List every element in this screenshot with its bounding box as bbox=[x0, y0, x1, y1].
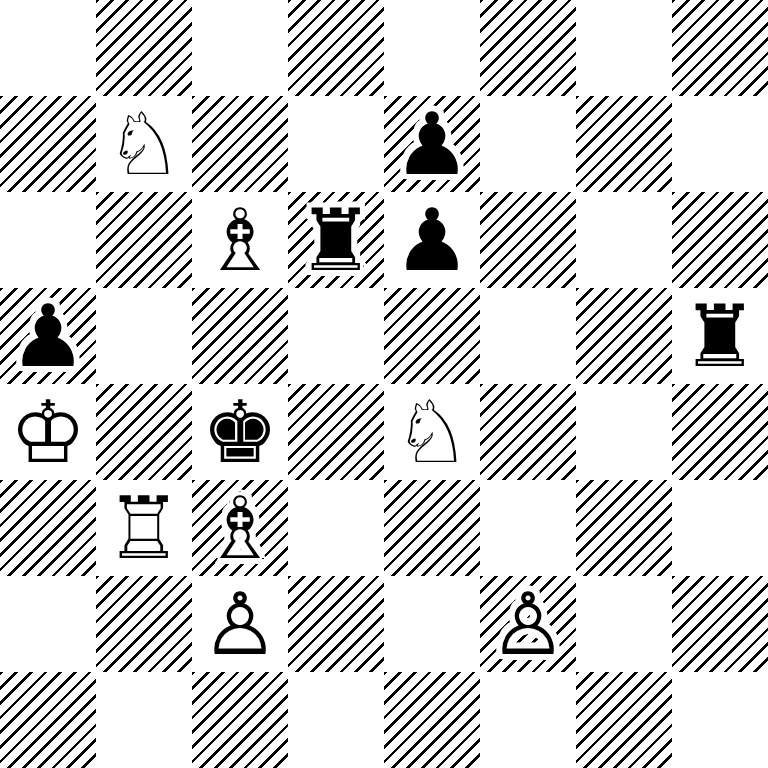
square-f2[interactable]: ♙ bbox=[480, 576, 576, 672]
square-a4[interactable]: ♔ bbox=[0, 384, 96, 480]
square-c3[interactable]: ♗ bbox=[192, 480, 288, 576]
square-g7[interactable] bbox=[576, 96, 672, 192]
square-d8[interactable] bbox=[288, 0, 384, 96]
square-f7[interactable] bbox=[480, 96, 576, 192]
square-e5[interactable] bbox=[384, 288, 480, 384]
square-c1[interactable] bbox=[192, 672, 288, 768]
square-b2[interactable] bbox=[96, 576, 192, 672]
square-b8[interactable] bbox=[96, 0, 192, 96]
square-d4[interactable] bbox=[288, 384, 384, 480]
square-b4[interactable] bbox=[96, 384, 192, 480]
piece-black-rook: ♜ bbox=[681, 288, 758, 384]
square-c6[interactable]: ♗ bbox=[192, 192, 288, 288]
square-h4[interactable] bbox=[672, 384, 768, 480]
square-h2[interactable] bbox=[672, 576, 768, 672]
square-h1[interactable] bbox=[672, 672, 768, 768]
square-a8[interactable] bbox=[0, 0, 96, 96]
chess-board: ♘♟♗♜♟♟♜♔♚♘♖♗♙♙ bbox=[0, 0, 768, 768]
square-e8[interactable] bbox=[384, 0, 480, 96]
square-a2[interactable] bbox=[0, 576, 96, 672]
piece-white-rook: ♖ bbox=[105, 480, 182, 576]
square-f3[interactable] bbox=[480, 480, 576, 576]
square-e2[interactable] bbox=[384, 576, 480, 672]
square-g3[interactable] bbox=[576, 480, 672, 576]
piece-white-bishop: ♗ bbox=[201, 480, 278, 576]
piece-white-pawn: ♙ bbox=[201, 576, 278, 672]
square-d5[interactable] bbox=[288, 288, 384, 384]
square-d2[interactable] bbox=[288, 576, 384, 672]
square-b1[interactable] bbox=[96, 672, 192, 768]
square-e1[interactable] bbox=[384, 672, 480, 768]
piece-black-pawn: ♟ bbox=[9, 288, 86, 384]
piece-white-bishop: ♗ bbox=[201, 192, 278, 288]
square-f6[interactable] bbox=[480, 192, 576, 288]
square-f4[interactable] bbox=[480, 384, 576, 480]
piece-white-pawn: ♙ bbox=[489, 576, 566, 672]
square-g2[interactable] bbox=[576, 576, 672, 672]
piece-black-pawn: ♟ bbox=[393, 192, 470, 288]
square-d3[interactable] bbox=[288, 480, 384, 576]
square-h6[interactable] bbox=[672, 192, 768, 288]
square-c8[interactable] bbox=[192, 0, 288, 96]
piece-white-knight: ♘ bbox=[393, 384, 470, 480]
chess-diagram: ♘♟♗♜♟♟♜♔♚♘♖♗♙♙ bbox=[0, 0, 768, 768]
square-g6[interactable] bbox=[576, 192, 672, 288]
piece-black-rook: ♜ bbox=[297, 192, 374, 288]
piece-black-pawn: ♟ bbox=[393, 96, 470, 192]
square-g1[interactable] bbox=[576, 672, 672, 768]
square-e3[interactable] bbox=[384, 480, 480, 576]
square-b7[interactable]: ♘ bbox=[96, 96, 192, 192]
square-a1[interactable] bbox=[0, 672, 96, 768]
square-a7[interactable] bbox=[0, 96, 96, 192]
square-h5[interactable]: ♜ bbox=[672, 288, 768, 384]
square-e7[interactable]: ♟ bbox=[384, 96, 480, 192]
square-a5[interactable]: ♟ bbox=[0, 288, 96, 384]
square-f8[interactable] bbox=[480, 0, 576, 96]
square-a3[interactable] bbox=[0, 480, 96, 576]
square-b6[interactable] bbox=[96, 192, 192, 288]
square-e6[interactable]: ♟ bbox=[384, 192, 480, 288]
square-d7[interactable] bbox=[288, 96, 384, 192]
square-b5[interactable] bbox=[96, 288, 192, 384]
square-c2[interactable]: ♙ bbox=[192, 576, 288, 672]
square-g5[interactable] bbox=[576, 288, 672, 384]
square-g8[interactable] bbox=[576, 0, 672, 96]
square-f5[interactable] bbox=[480, 288, 576, 384]
square-g4[interactable] bbox=[576, 384, 672, 480]
square-c7[interactable] bbox=[192, 96, 288, 192]
square-h7[interactable] bbox=[672, 96, 768, 192]
square-b3[interactable]: ♖ bbox=[96, 480, 192, 576]
square-d6[interactable]: ♜ bbox=[288, 192, 384, 288]
piece-white-knight: ♘ bbox=[105, 96, 182, 192]
square-h8[interactable] bbox=[672, 0, 768, 96]
square-f1[interactable] bbox=[480, 672, 576, 768]
square-d1[interactable] bbox=[288, 672, 384, 768]
piece-black-king: ♚ bbox=[201, 384, 278, 480]
square-a6[interactable] bbox=[0, 192, 96, 288]
square-e4[interactable]: ♘ bbox=[384, 384, 480, 480]
square-h3[interactable] bbox=[672, 480, 768, 576]
piece-white-king: ♔ bbox=[9, 384, 86, 480]
square-c4[interactable]: ♚ bbox=[192, 384, 288, 480]
square-c5[interactable] bbox=[192, 288, 288, 384]
